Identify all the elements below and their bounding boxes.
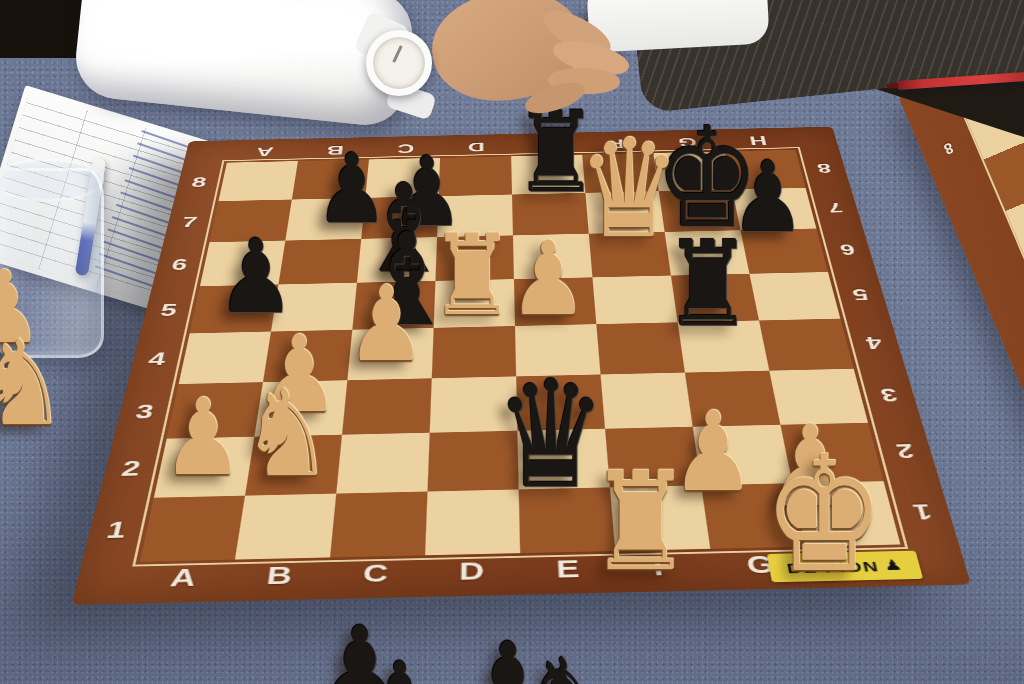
square-h2	[780, 423, 883, 483]
square-a6	[200, 241, 285, 287]
square-g3	[685, 371, 780, 427]
square-b5	[271, 283, 357, 332]
square-b8	[292, 159, 369, 199]
square-a4	[179, 332, 271, 385]
square-h1	[792, 481, 900, 546]
file-label-top-a: A	[227, 142, 301, 162]
square-b4	[263, 330, 352, 382]
square-f1	[610, 485, 710, 551]
file-label-top-g: G	[651, 132, 725, 152]
square-b7	[285, 198, 365, 241]
square-h5	[749, 272, 840, 320]
square-c3	[342, 378, 432, 434]
square-c4	[347, 328, 433, 380]
club-sticker-text: DE PION	[785, 558, 880, 576]
square-h6	[741, 229, 828, 274]
chess-board: AABBCCDDEEFFGGHH8877665544332211 DE PION…	[71, 127, 971, 605]
square-e1	[519, 487, 616, 553]
square-c5	[352, 281, 435, 330]
square-f4	[596, 322, 685, 374]
square-d4	[432, 326, 516, 378]
square-g1	[701, 483, 805, 549]
square-g2	[693, 425, 793, 486]
square-a7	[210, 200, 292, 243]
club-sticker: DE PION ♟	[767, 551, 923, 583]
square-d3	[430, 376, 518, 432]
square-c1	[330, 492, 427, 558]
file-label-bottom-a: A	[132, 558, 235, 598]
black-pawn-icon: ♟	[882, 557, 904, 574]
square-a1	[140, 496, 245, 562]
square-b6	[278, 239, 361, 285]
square-e2	[517, 429, 610, 490]
file-label-bottom-b: B	[229, 556, 330, 596]
file-label-top-c: C	[369, 139, 441, 159]
square-g6	[665, 230, 750, 275]
file-label-top-d: D	[440, 137, 511, 157]
square-e6	[513, 234, 592, 279]
square-a3	[167, 382, 263, 439]
square-d7	[437, 195, 513, 238]
square-h4	[759, 319, 854, 371]
square-f8	[582, 153, 659, 193]
square-e8	[511, 155, 585, 195]
square-f5	[592, 276, 677, 325]
square-g4	[678, 320, 770, 372]
square-c7	[361, 196, 438, 239]
wristwatch-icon	[366, 30, 432, 96]
square-d1	[425, 489, 520, 555]
square-b2	[245, 435, 342, 496]
file-label-top-h: H	[720, 131, 795, 151]
square-b1	[235, 494, 336, 560]
file-label-top-e: E	[511, 135, 582, 155]
square-b3	[254, 380, 347, 436]
square-e3	[516, 374, 605, 430]
square-g5	[671, 274, 759, 323]
square-e7	[512, 193, 589, 236]
square-g7	[659, 190, 741, 232]
square-c6	[357, 237, 437, 283]
drinking-glass	[0, 168, 104, 358]
rank-label-left-7: 7	[163, 201, 216, 243]
file-label-bottom-d: D	[424, 551, 521, 591]
file-label-bottom-e: E	[520, 549, 618, 589]
square-f6	[589, 232, 671, 277]
square-c8	[365, 158, 440, 198]
square-g8	[653, 151, 732, 191]
second-board-rank-label: 8	[942, 139, 956, 158]
square-c2	[336, 433, 429, 494]
file-label-bottom-c: C	[326, 553, 425, 593]
file-label-top-f: F	[581, 134, 654, 154]
square-d2	[427, 431, 518, 492]
file-label-bottom-f: F	[615, 547, 715, 587]
rank-label-left-8: 8	[174, 163, 225, 202]
square-f3	[601, 373, 693, 429]
square-e5	[514, 277, 596, 326]
square-a8	[218, 161, 297, 201]
square-h7	[732, 188, 816, 230]
square-a5	[190, 284, 279, 333]
square-f7	[585, 191, 664, 233]
square-d6	[435, 235, 514, 281]
file-label-top-b: B	[298, 140, 371, 160]
square-h3	[769, 369, 868, 425]
square-e4	[515, 324, 601, 376]
square-h8	[724, 150, 805, 190]
square-d5	[434, 279, 515, 328]
square-a2	[154, 437, 255, 498]
board-grid	[140, 150, 901, 562]
photo-stage: A 8 AABBCCDDEEFFGGHH8877665544332211 DE …	[0, 0, 1024, 684]
square-f2	[605, 427, 701, 488]
square-d8	[439, 156, 512, 196]
